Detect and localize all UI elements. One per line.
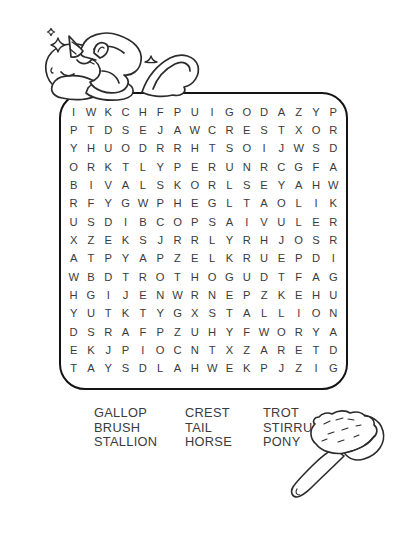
- grid-cell[interactable]: O: [152, 268, 169, 286]
- grid-cell[interactable]: J: [273, 360, 290, 378]
- grid-cell[interactable]: H: [307, 176, 324, 194]
- grid-cell[interactable]: Z: [169, 250, 186, 268]
- grid-cell[interactable]: K: [169, 176, 186, 194]
- grid-cell[interactable]: T: [204, 341, 221, 359]
- word-search-board: IWKCHFPUIGODAZYPPTDSEJAWCRESTXORYHUODRRH…: [59, 92, 348, 390]
- grid-cell[interactable]: T: [82, 121, 99, 139]
- grid-cell[interactable]: B: [65, 176, 82, 194]
- grid-cell[interactable]: R: [169, 140, 186, 158]
- grid-cell[interactable]: U: [273, 213, 290, 231]
- grid-cell[interactable]: P: [152, 195, 169, 213]
- grid-cell[interactable]: U: [186, 323, 203, 341]
- grid-cell[interactable]: W: [65, 268, 82, 286]
- grid-cell[interactable]: J: [152, 231, 169, 249]
- grid-cell[interactable]: L: [204, 250, 221, 268]
- grid-cell[interactable]: G: [117, 195, 134, 213]
- grid-cell[interactable]: G: [82, 286, 99, 304]
- grid-cell[interactable]: J: [152, 121, 169, 139]
- grid-cell[interactable]: L: [290, 213, 307, 231]
- grid-cell[interactable]: O: [204, 268, 221, 286]
- grid-cell[interactable]: Z: [290, 103, 307, 121]
- word-list-column: GALLOPBRUSHSTALLION: [94, 406, 185, 450]
- grid-cell[interactable]: U: [100, 140, 117, 158]
- grid-cell[interactable]: E: [134, 286, 151, 304]
- grid-cell[interactable]: N: [325, 305, 342, 323]
- grid-cell[interactable]: P: [169, 103, 186, 121]
- grid-cell[interactable]: C: [152, 213, 169, 231]
- grid-cell[interactable]: L: [255, 305, 272, 323]
- grid-cell[interactable]: A: [134, 250, 151, 268]
- grid-cell[interactable]: S: [238, 176, 255, 194]
- grid-cell[interactable]: G: [325, 360, 342, 378]
- grid-cell[interactable]: H: [82, 140, 99, 158]
- grid-cell[interactable]: R: [238, 250, 255, 268]
- grid-cell[interactable]: S: [117, 360, 134, 378]
- grid-cell[interactable]: S: [307, 140, 324, 158]
- grid-cell[interactable]: Z: [255, 286, 272, 304]
- grid-cell[interactable]: L: [152, 360, 169, 378]
- grid-cell[interactable]: A: [82, 360, 99, 378]
- grid-cell[interactable]: S: [117, 121, 134, 139]
- grid-cell[interactable]: D: [100, 121, 117, 139]
- grid-cell[interactable]: X: [65, 231, 82, 249]
- grid-cell[interactable]: D: [255, 103, 272, 121]
- grid-cell[interactable]: U: [221, 158, 238, 176]
- grid-cell[interactable]: W: [255, 323, 272, 341]
- grid-cell[interactable]: A: [290, 176, 307, 194]
- grid-cell[interactable]: E: [290, 286, 307, 304]
- grid-cell[interactable]: S: [152, 176, 169, 194]
- grid-cell[interactable]: I: [290, 305, 307, 323]
- grid-cell[interactable]: U: [255, 250, 272, 268]
- grid-cell[interactable]: J: [273, 231, 290, 249]
- grid-cell[interactable]: A: [117, 323, 134, 341]
- grid-cell[interactable]: O: [273, 323, 290, 341]
- grid-cell[interactable]: T: [238, 195, 255, 213]
- grid-cell[interactable]: E: [307, 213, 324, 231]
- grid-cell[interactable]: H: [307, 286, 324, 304]
- grid-cell[interactable]: D: [65, 323, 82, 341]
- grid-cell[interactable]: H: [169, 195, 186, 213]
- grid-cell[interactable]: D: [325, 140, 342, 158]
- grid-cell[interactable]: E: [134, 121, 151, 139]
- grid-cell[interactable]: H: [186, 360, 203, 378]
- grid-cell[interactable]: T: [134, 305, 151, 323]
- grid-cell[interactable]: P: [65, 121, 82, 139]
- grid-cell[interactable]: I: [134, 341, 151, 359]
- grid-cell[interactable]: K: [238, 360, 255, 378]
- grid-cell[interactable]: S: [82, 213, 99, 231]
- grid-cell[interactable]: P: [169, 158, 186, 176]
- grid-cell[interactable]: W: [82, 103, 99, 121]
- grid-cell[interactable]: X: [221, 341, 238, 359]
- grid-cell[interactable]: S: [221, 140, 238, 158]
- grid-cell[interactable]: I: [238, 213, 255, 231]
- grid-cell[interactable]: I: [82, 176, 99, 194]
- grid-cell[interactable]: A: [238, 305, 255, 323]
- grid-cell[interactable]: O: [65, 158, 82, 176]
- word-list-column: CRESTTAILHORSE: [185, 406, 263, 450]
- grid-cell[interactable]: R: [325, 213, 342, 231]
- grid-cell[interactable]: L: [273, 305, 290, 323]
- grid-cell[interactable]: J: [100, 341, 117, 359]
- grid-cell[interactable]: R: [186, 231, 203, 249]
- grid-cell[interactable]: K: [117, 231, 134, 249]
- grid-cell[interactable]: Y: [307, 323, 324, 341]
- grid-cell[interactable]: W: [290, 140, 307, 158]
- grid-cell[interactable]: I: [307, 360, 324, 378]
- grid-cell[interactable]: Y: [273, 176, 290, 194]
- word-list-item: GALLOP: [94, 406, 185, 421]
- grid-cell[interactable]: F: [290, 268, 307, 286]
- grid-cell[interactable]: O: [307, 305, 324, 323]
- grid-cell[interactable]: E: [100, 231, 117, 249]
- grid-cell[interactable]: R: [238, 231, 255, 249]
- grid-cell[interactable]: L: [221, 195, 238, 213]
- grid-cell[interactable]: T: [273, 121, 290, 139]
- grid-cell[interactable]: K: [82, 341, 99, 359]
- word-search-grid: IWKCHFPUIGODAZYPPTDSEJAWCRESTXORYHUODRRH…: [61, 94, 346, 388]
- grid-cell[interactable]: Y: [307, 103, 324, 121]
- brush-handle-icon: [292, 448, 344, 497]
- grid-cell[interactable]: V: [100, 176, 117, 194]
- grid-cell[interactable]: Y: [65, 305, 82, 323]
- grid-cell[interactable]: H: [186, 268, 203, 286]
- grid-cell[interactable]: H: [186, 140, 203, 158]
- grid-cell[interactable]: E: [221, 286, 238, 304]
- grid-cell[interactable]: Y: [100, 360, 117, 378]
- grid-cell[interactable]: R: [221, 121, 238, 139]
- grid-cell[interactable]: S: [307, 231, 324, 249]
- grid-cell[interactable]: F: [307, 158, 324, 176]
- grid-cell[interactable]: V: [255, 213, 272, 231]
- grid-cell[interactable]: W: [204, 360, 221, 378]
- grid-cell[interactable]: T: [117, 268, 134, 286]
- grid-cell[interactable]: R: [65, 195, 82, 213]
- grid-cell[interactable]: D: [255, 268, 272, 286]
- grid-cell[interactable]: E: [186, 158, 203, 176]
- grid-cell[interactable]: D: [100, 213, 117, 231]
- grid-cell[interactable]: S: [204, 213, 221, 231]
- grid-cell[interactable]: F: [152, 103, 169, 121]
- grid-cell[interactable]: Z: [82, 231, 99, 249]
- grid-cell[interactable]: L: [221, 176, 238, 194]
- grid-cell[interactable]: S: [82, 323, 99, 341]
- grid-cell[interactable]: R: [255, 158, 272, 176]
- grid-cell[interactable]: W: [325, 176, 342, 194]
- grid-cell[interactable]: G: [221, 268, 238, 286]
- grid-cell[interactable]: R: [186, 286, 203, 304]
- grid-cell[interactable]: P: [117, 341, 134, 359]
- grid-cell[interactable]: E: [290, 341, 307, 359]
- grid-cell[interactable]: L: [134, 176, 151, 194]
- grid-cell[interactable]: B: [134, 213, 151, 231]
- grid-cell[interactable]: O: [169, 213, 186, 231]
- grid-cell[interactable]: U: [82, 305, 99, 323]
- grid-cell[interactable]: W: [169, 286, 186, 304]
- grid-cell[interactable]: E: [221, 360, 238, 378]
- grid-cell[interactable]: P: [325, 103, 342, 121]
- grid-cell[interactable]: G: [169, 305, 186, 323]
- grid-cell[interactable]: A: [325, 323, 342, 341]
- grid-cell[interactable]: I: [204, 103, 221, 121]
- grid-cell[interactable]: U: [186, 103, 203, 121]
- grid-cell[interactable]: Y: [65, 140, 82, 158]
- grid-cell[interactable]: N: [186, 341, 203, 359]
- grid-cell[interactable]: C: [169, 341, 186, 359]
- grid-cell[interactable]: O: [238, 140, 255, 158]
- unicorn-illustration: [38, 27, 208, 103]
- grid-cell[interactable]: Z: [169, 323, 186, 341]
- grid-cell[interactable]: O: [273, 195, 290, 213]
- grid-cell[interactable]: X: [186, 305, 203, 323]
- word-list-item: BRUSH: [94, 421, 185, 436]
- grid-cell[interactable]: K: [100, 103, 117, 121]
- grid-cell[interactable]: P: [186, 213, 203, 231]
- grid-cell[interactable]: Y: [152, 158, 169, 176]
- grid-cell[interactable]: T: [82, 250, 99, 268]
- grid-cell[interactable]: D: [325, 341, 342, 359]
- grid-cell[interactable]: U: [65, 213, 82, 231]
- grid-cell[interactable]: R: [273, 341, 290, 359]
- grid-cell[interactable]: I: [65, 103, 82, 121]
- grid-cell[interactable]: Y: [100, 195, 117, 213]
- grid-cell[interactable]: C: [204, 121, 221, 139]
- grid-cell[interactable]: D: [134, 140, 151, 158]
- grid-cell[interactable]: I: [255, 140, 272, 158]
- grid-cell[interactable]: T: [117, 158, 134, 176]
- grid-cell[interactable]: K: [221, 250, 238, 268]
- grid-cell[interactable]: E: [255, 176, 272, 194]
- grid-cell[interactable]: T: [221, 305, 238, 323]
- grid-cell[interactable]: F: [134, 323, 151, 341]
- grid-cell[interactable]: C: [117, 103, 134, 121]
- grid-cell[interactable]: R: [204, 158, 221, 176]
- grid-cell[interactable]: B: [82, 268, 99, 286]
- grid-cell[interactable]: F: [238, 323, 255, 341]
- grid-cell[interactable]: C: [273, 158, 290, 176]
- grid-cell[interactable]: A: [325, 158, 342, 176]
- grid-cell[interactable]: R: [152, 140, 169, 158]
- grid-cell[interactable]: T: [65, 360, 82, 378]
- grid-cell[interactable]: I: [117, 213, 134, 231]
- grid-cell[interactable]: P: [255, 360, 272, 378]
- grid-cell[interactable]: I: [307, 195, 324, 213]
- grid-cell[interactable]: K: [273, 286, 290, 304]
- grid-cell[interactable]: J: [117, 286, 134, 304]
- grid-cell[interactable]: N: [152, 286, 169, 304]
- word-list-item: TAIL: [185, 421, 263, 436]
- grid-cell[interactable]: R: [100, 323, 117, 341]
- grid-cell[interactable]: Y: [117, 250, 134, 268]
- grid-cell[interactable]: O: [186, 176, 203, 194]
- grid-cell[interactable]: L: [290, 195, 307, 213]
- grid-cell[interactable]: W: [134, 195, 151, 213]
- grid-cell[interactable]: N: [238, 158, 255, 176]
- grid-cell[interactable]: K: [117, 305, 134, 323]
- grid-cell[interactable]: G: [290, 158, 307, 176]
- grid-cell[interactable]: H: [204, 323, 221, 341]
- grid-cell[interactable]: E: [186, 250, 203, 268]
- grid-cell[interactable]: K: [325, 195, 342, 213]
- grid-cell[interactable]: A: [169, 121, 186, 139]
- grid-cell[interactable]: Z: [238, 341, 255, 359]
- grid-cell[interactable]: E: [238, 121, 255, 139]
- grid-cell[interactable]: U: [325, 286, 342, 304]
- word-list-item: CREST: [185, 406, 263, 421]
- grid-cell[interactable]: P: [290, 250, 307, 268]
- word-list-item: STALLION: [94, 435, 185, 450]
- grid-cell[interactable]: W: [186, 121, 203, 139]
- grid-cell[interactable]: E: [186, 195, 203, 213]
- grid-cell[interactable]: P: [152, 250, 169, 268]
- grid-cell[interactable]: E: [273, 250, 290, 268]
- grid-cell[interactable]: G: [221, 103, 238, 121]
- worksheet-page: IWKCHFPUIGODAZYPPTDSEJAWCRESTXORYHUODRRH…: [0, 0, 416, 534]
- grid-cell[interactable]: Y: [221, 323, 238, 341]
- grid-cell[interactable]: O: [152, 341, 169, 359]
- grid-cell[interactable]: A: [169, 360, 186, 378]
- grid-cell[interactable]: H: [134, 103, 151, 121]
- brush-illustration: [288, 410, 416, 506]
- grid-cell[interactable]: G: [325, 268, 342, 286]
- grid-cell[interactable]: L: [134, 158, 151, 176]
- grid-cell[interactable]: O: [307, 121, 324, 139]
- grid-cell[interactable]: D: [134, 360, 151, 378]
- grid-cell[interactable]: N: [204, 286, 221, 304]
- grid-cell[interactable]: S: [255, 121, 272, 139]
- grid-cell[interactable]: O: [238, 103, 255, 121]
- grid-cell[interactable]: S: [204, 305, 221, 323]
- grid-cell[interactable]: S: [134, 231, 151, 249]
- grid-cell[interactable]: A: [273, 103, 290, 121]
- grid-cell[interactable]: R: [325, 121, 342, 139]
- grid-cell[interactable]: R: [134, 268, 151, 286]
- grid-cell[interactable]: U: [238, 268, 255, 286]
- grid-cell[interactable]: L: [204, 231, 221, 249]
- grid-cell[interactable]: F: [82, 195, 99, 213]
- grid-cell[interactable]: T: [100, 305, 117, 323]
- grid-cell[interactable]: R: [325, 231, 342, 249]
- grid-cell[interactable]: A: [255, 195, 272, 213]
- grid-cell[interactable]: R: [169, 231, 186, 249]
- grid-cell[interactable]: T: [307, 341, 324, 359]
- grid-cell[interactable]: I: [100, 286, 117, 304]
- grid-cell[interactable]: A: [307, 268, 324, 286]
- grid-cell[interactable]: J: [273, 140, 290, 158]
- grid-cell[interactable]: P: [152, 323, 169, 341]
- grid-cell[interactable]: P: [238, 286, 255, 304]
- grid-cell[interactable]: E: [65, 341, 82, 359]
- grid-cell[interactable]: H: [255, 231, 272, 249]
- grid-cell[interactable]: G: [204, 195, 221, 213]
- grid-cell[interactable]: H: [65, 286, 82, 304]
- word-list-item: HORSE: [185, 435, 263, 450]
- grid-cell[interactable]: I: [325, 250, 342, 268]
- grid-cell[interactable]: R: [82, 158, 99, 176]
- grid-cell[interactable]: O: [290, 231, 307, 249]
- grid-cell[interactable]: Y: [221, 231, 238, 249]
- grid-cell[interactable]: A: [117, 176, 134, 194]
- grid-cell[interactable]: T: [169, 268, 186, 286]
- grid-cell[interactable]: D: [100, 268, 117, 286]
- grid-cell[interactable]: R: [290, 323, 307, 341]
- grid-cell[interactable]: T: [204, 140, 221, 158]
- grid-cell[interactable]: T: [273, 268, 290, 286]
- grid-cell[interactable]: X: [290, 121, 307, 139]
- grid-cell[interactable]: R: [204, 176, 221, 194]
- grid-cell[interactable]: A: [255, 341, 272, 359]
- grid-cell[interactable]: Y: [152, 305, 169, 323]
- grid-cell[interactable]: Z: [290, 360, 307, 378]
- grid-cell[interactable]: P: [100, 250, 117, 268]
- grid-cell[interactable]: O: [117, 140, 134, 158]
- grid-cell[interactable]: D: [307, 250, 324, 268]
- grid-cell[interactable]: A: [221, 213, 238, 231]
- grid-cell[interactable]: A: [65, 250, 82, 268]
- grid-cell[interactable]: K: [100, 158, 117, 176]
